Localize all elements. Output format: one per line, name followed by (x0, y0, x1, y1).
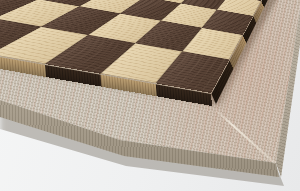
chessboard-photo-scene (0, 0, 300, 191)
